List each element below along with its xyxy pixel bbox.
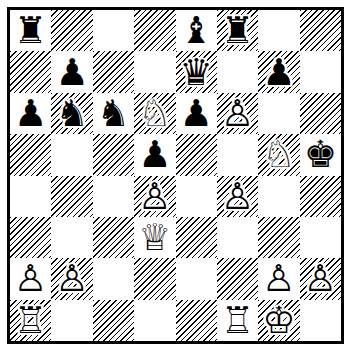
square-g4[interactable] <box>258 176 299 217</box>
white-pawn-icon: ♙ <box>55 260 88 297</box>
square-h5[interactable]: ♚ <box>300 134 341 175</box>
square-d3[interactable]: ♕ <box>134 217 175 258</box>
black-pawn-icon: ♟ <box>180 95 213 132</box>
square-a7[interactable] <box>10 51 51 92</box>
square-b4[interactable] <box>51 176 92 217</box>
white-pawn-icon: ♙ <box>138 178 171 215</box>
white-knight-icon: ♘ <box>262 136 295 173</box>
square-h2[interactable]: ♙ <box>300 258 341 299</box>
square-c6[interactable]: ♞ <box>93 93 134 134</box>
square-g3[interactable] <box>258 217 299 258</box>
square-a3[interactable] <box>10 217 51 258</box>
square-a5[interactable] <box>10 134 51 175</box>
square-c5[interactable] <box>93 134 134 175</box>
black-pawn-icon: ♟ <box>55 54 88 91</box>
white-rook-icon: ♖ <box>14 302 47 339</box>
chess-board: ♜♝♜♟♛♟♟♞♞♘♟♙♟♘♚♙♙♕♙♙♙♙♖♖♔ <box>7 7 344 344</box>
square-a6[interactable]: ♟ <box>10 93 51 134</box>
square-c4[interactable] <box>93 176 134 217</box>
square-g5[interactable]: ♘ <box>258 134 299 175</box>
square-d1[interactable] <box>134 300 175 341</box>
square-a1[interactable]: ♖ <box>10 300 51 341</box>
square-f6[interactable]: ♙ <box>217 93 258 134</box>
square-b8[interactable] <box>51 10 92 51</box>
square-f7[interactable] <box>217 51 258 92</box>
white-pawn-icon: ♙ <box>14 260 47 297</box>
square-f3[interactable] <box>217 217 258 258</box>
square-g7[interactable]: ♟ <box>258 51 299 92</box>
chess-diagram-page: ♜♝♜♟♛♟♟♞♞♘♟♙♟♘♚♙♙♕♙♙♙♙♖♖♔ <box>0 0 350 350</box>
square-e7[interactable]: ♛ <box>176 51 217 92</box>
square-d2[interactable] <box>134 258 175 299</box>
black-rook-icon: ♜ <box>221 12 254 49</box>
white-knight-icon: ♘ <box>138 95 171 132</box>
square-c8[interactable] <box>93 10 134 51</box>
square-b2[interactable]: ♙ <box>51 258 92 299</box>
square-a2[interactable]: ♙ <box>10 258 51 299</box>
square-c1[interactable] <box>93 300 134 341</box>
white-rook-icon: ♖ <box>221 302 254 339</box>
square-e4[interactable] <box>176 176 217 217</box>
square-b1[interactable] <box>51 300 92 341</box>
square-f5[interactable] <box>217 134 258 175</box>
square-g2[interactable]: ♙ <box>258 258 299 299</box>
square-f2[interactable] <box>217 258 258 299</box>
square-h3[interactable] <box>300 217 341 258</box>
white-pawn-icon: ♙ <box>221 95 254 132</box>
square-b7[interactable]: ♟ <box>51 51 92 92</box>
square-g8[interactable] <box>258 10 299 51</box>
square-b5[interactable] <box>51 134 92 175</box>
square-e5[interactable] <box>176 134 217 175</box>
square-a4[interactable] <box>10 176 51 217</box>
square-h4[interactable] <box>300 176 341 217</box>
square-b6[interactable]: ♞ <box>51 93 92 134</box>
white-pawn-icon: ♙ <box>221 178 254 215</box>
square-c3[interactable] <box>93 217 134 258</box>
square-e8[interactable]: ♝ <box>176 10 217 51</box>
black-pawn-icon: ♟ <box>262 54 295 91</box>
white-king-icon: ♔ <box>262 302 295 339</box>
black-queen-icon: ♛ <box>180 54 213 91</box>
white-pawn-icon: ♙ <box>262 260 295 297</box>
black-bishop-icon: ♝ <box>180 12 213 49</box>
black-knight-icon: ♞ <box>55 95 88 132</box>
white-pawn-icon: ♙ <box>304 260 337 297</box>
square-d8[interactable] <box>134 10 175 51</box>
black-rook-icon: ♜ <box>14 12 47 49</box>
square-d4[interactable]: ♙ <box>134 176 175 217</box>
square-d5[interactable]: ♟ <box>134 134 175 175</box>
square-d7[interactable] <box>134 51 175 92</box>
square-c7[interactable] <box>93 51 134 92</box>
square-h1[interactable] <box>300 300 341 341</box>
black-pawn-icon: ♟ <box>14 95 47 132</box>
square-f4[interactable]: ♙ <box>217 176 258 217</box>
square-h6[interactable] <box>300 93 341 134</box>
square-e6[interactable]: ♟ <box>176 93 217 134</box>
square-c2[interactable] <box>93 258 134 299</box>
square-f8[interactable]: ♜ <box>217 10 258 51</box>
square-d6[interactable]: ♘ <box>134 93 175 134</box>
black-king-icon: ♚ <box>304 136 337 173</box>
square-e2[interactable] <box>176 258 217 299</box>
square-e3[interactable] <box>176 217 217 258</box>
black-knight-icon: ♞ <box>97 95 130 132</box>
square-b3[interactable] <box>51 217 92 258</box>
square-f1[interactable]: ♖ <box>217 300 258 341</box>
square-h7[interactable] <box>300 51 341 92</box>
square-h8[interactable] <box>300 10 341 51</box>
square-e1[interactable] <box>176 300 217 341</box>
square-a8[interactable]: ♜ <box>10 10 51 51</box>
square-g6[interactable] <box>258 93 299 134</box>
white-queen-icon: ♕ <box>138 219 171 256</box>
square-g1[interactable]: ♔ <box>258 300 299 341</box>
black-pawn-icon: ♟ <box>138 136 171 173</box>
